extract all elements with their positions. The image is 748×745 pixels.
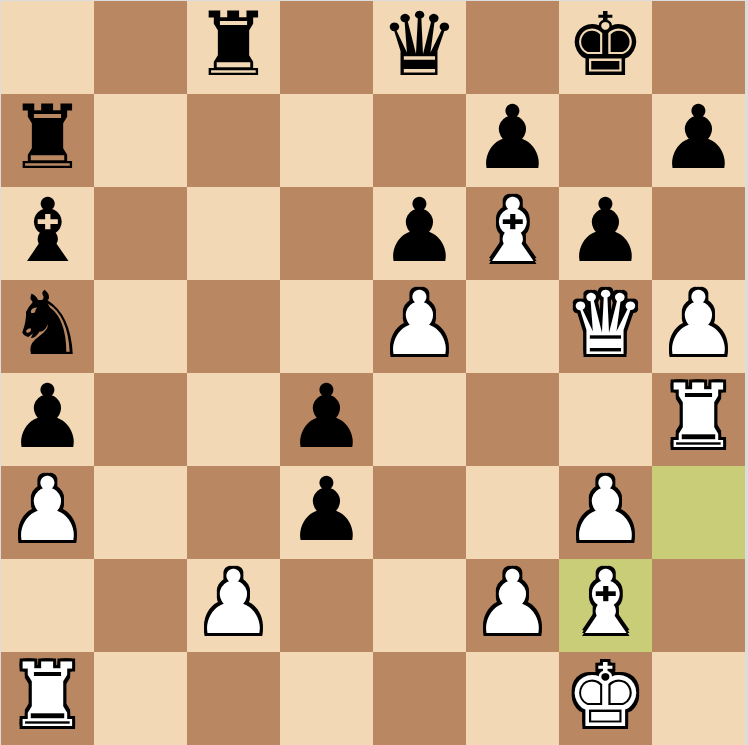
- piece-black-pawn[interactable]: ♟: [473, 94, 552, 184]
- square-g6[interactable]: ♟: [559, 187, 652, 280]
- square-b7[interactable]: [94, 94, 187, 187]
- chess-app-page: ♜♛♚♜♟♟♝♟♝♟♞♟♛♟♟♟♜♟♟♟♟♟♝♜♚: [0, 0, 748, 745]
- square-d7[interactable]: [280, 94, 373, 187]
- square-e3[interactable]: [373, 466, 466, 559]
- square-a6[interactable]: ♝: [1, 187, 94, 280]
- square-d8[interactable]: [280, 1, 373, 94]
- piece-black-king[interactable]: ♚: [566, 1, 645, 91]
- square-a2[interactable]: [1, 559, 94, 652]
- piece-black-rook[interactable]: ♜: [8, 94, 87, 184]
- square-d6[interactable]: [280, 187, 373, 280]
- square-g7[interactable]: [559, 94, 652, 187]
- piece-black-pawn[interactable]: ♟: [8, 373, 87, 463]
- square-b1[interactable]: [94, 652, 187, 745]
- square-d3[interactable]: ♟: [280, 466, 373, 559]
- square-e2[interactable]: [373, 559, 466, 652]
- piece-black-queen[interactable]: ♛: [380, 1, 459, 91]
- square-f1[interactable]: [466, 652, 559, 745]
- square-e6[interactable]: ♟: [373, 187, 466, 280]
- piece-black-pawn[interactable]: ♟: [659, 94, 738, 184]
- piece-white-pawn[interactable]: ♟: [566, 466, 645, 556]
- square-a8[interactable]: [1, 1, 94, 94]
- square-h2[interactable]: [652, 559, 745, 652]
- square-d5[interactable]: [280, 280, 373, 373]
- square-f4[interactable]: [466, 373, 559, 466]
- piece-black-pawn[interactable]: ♟: [287, 373, 366, 463]
- square-e7[interactable]: [373, 94, 466, 187]
- square-e4[interactable]: [373, 373, 466, 466]
- square-f8[interactable]: [466, 1, 559, 94]
- square-a1[interactable]: ♜: [1, 652, 94, 745]
- square-f3[interactable]: [466, 466, 559, 559]
- piece-black-knight[interactable]: ♞: [8, 280, 87, 370]
- piece-black-bishop[interactable]: ♝: [8, 187, 87, 277]
- piece-black-pawn[interactable]: ♟: [566, 187, 645, 277]
- square-h6[interactable]: [652, 187, 745, 280]
- square-e5[interactable]: ♟: [373, 280, 466, 373]
- square-h4[interactable]: ♜: [652, 373, 745, 466]
- square-a3[interactable]: ♟: [1, 466, 94, 559]
- square-a4[interactable]: ♟: [1, 373, 94, 466]
- square-g4[interactable]: [559, 373, 652, 466]
- square-b6[interactable]: [94, 187, 187, 280]
- piece-white-pawn[interactable]: ♟: [473, 559, 552, 649]
- square-b5[interactable]: [94, 280, 187, 373]
- square-g2[interactable]: ♝: [559, 559, 652, 652]
- square-g8[interactable]: ♚: [559, 1, 652, 94]
- piece-white-rook[interactable]: ♜: [659, 373, 738, 463]
- square-e1[interactable]: [373, 652, 466, 745]
- square-d2[interactable]: [280, 559, 373, 652]
- square-d1[interactable]: [280, 652, 373, 745]
- square-f5[interactable]: [466, 280, 559, 373]
- square-c8[interactable]: ♜: [187, 1, 280, 94]
- square-e8[interactable]: ♛: [373, 1, 466, 94]
- square-c5[interactable]: [187, 280, 280, 373]
- piece-black-rook[interactable]: ♜: [194, 1, 273, 91]
- piece-white-bishop[interactable]: ♝: [566, 559, 645, 649]
- square-c2[interactable]: ♟: [187, 559, 280, 652]
- square-b2[interactable]: [94, 559, 187, 652]
- square-b8[interactable]: [94, 1, 187, 94]
- piece-white-bishop[interactable]: ♝: [473, 187, 552, 277]
- square-h3[interactable]: [652, 466, 745, 559]
- piece-white-pawn[interactable]: ♟: [380, 280, 459, 370]
- square-f7[interactable]: ♟: [466, 94, 559, 187]
- piece-black-pawn[interactable]: ♟: [287, 466, 366, 556]
- chess-board[interactable]: ♜♛♚♜♟♟♝♟♝♟♞♟♛♟♟♟♜♟♟♟♟♟♝♜♚: [1, 1, 745, 745]
- square-h1[interactable]: [652, 652, 745, 745]
- square-b4[interactable]: [94, 373, 187, 466]
- square-h8[interactable]: [652, 1, 745, 94]
- piece-white-pawn[interactable]: ♟: [659, 280, 738, 370]
- square-c4[interactable]: [187, 373, 280, 466]
- square-g5[interactable]: ♛: [559, 280, 652, 373]
- square-g1[interactable]: ♚: [559, 652, 652, 745]
- piece-black-pawn[interactable]: ♟: [380, 187, 459, 277]
- square-c7[interactable]: [187, 94, 280, 187]
- piece-white-queen[interactable]: ♛: [566, 280, 645, 370]
- square-a5[interactable]: ♞: [1, 280, 94, 373]
- piece-white-king[interactable]: ♚: [566, 652, 645, 742]
- square-f6[interactable]: ♝: [466, 187, 559, 280]
- square-d4[interactable]: ♟: [280, 373, 373, 466]
- piece-white-pawn[interactable]: ♟: [194, 559, 273, 649]
- square-f2[interactable]: ♟: [466, 559, 559, 652]
- square-c1[interactable]: [187, 652, 280, 745]
- piece-white-pawn[interactable]: ♟: [8, 466, 87, 556]
- square-c3[interactable]: [187, 466, 280, 559]
- square-a7[interactable]: ♜: [1, 94, 94, 187]
- piece-white-rook[interactable]: ♜: [8, 652, 87, 742]
- square-g3[interactable]: ♟: [559, 466, 652, 559]
- square-b3[interactable]: [94, 466, 187, 559]
- square-h5[interactable]: ♟: [652, 280, 745, 373]
- square-h7[interactable]: ♟: [652, 94, 745, 187]
- square-c6[interactable]: [187, 187, 280, 280]
